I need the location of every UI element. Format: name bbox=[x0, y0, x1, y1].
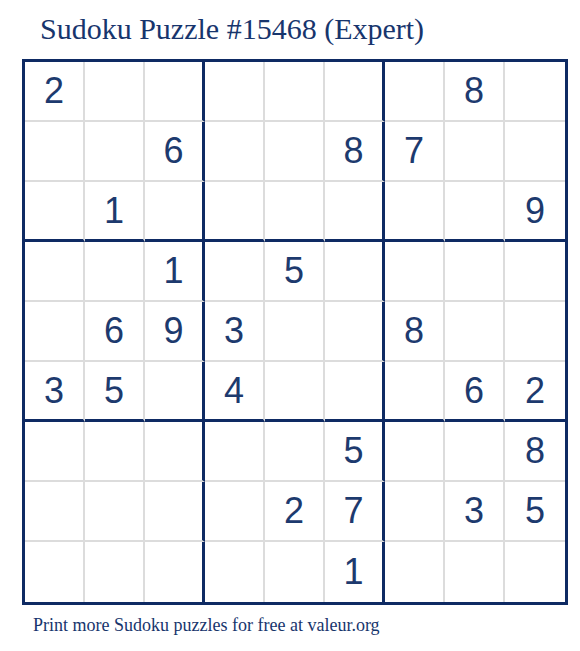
cell-r3c3 bbox=[145, 182, 205, 242]
cell-r7c7 bbox=[385, 422, 445, 482]
cell-r6c2: 5 bbox=[85, 362, 145, 422]
cell-r4c9 bbox=[505, 242, 565, 302]
cell-r1c8: 8 bbox=[445, 62, 505, 122]
puzzle-title: Sudoku Puzzle #15468 (Expert) bbox=[40, 12, 424, 46]
cell-r2c8 bbox=[445, 122, 505, 182]
cell-r6c4: 4 bbox=[205, 362, 265, 422]
cell-r9c7 bbox=[385, 542, 445, 602]
cell-r6c5 bbox=[265, 362, 325, 422]
cell-r8c5: 2 bbox=[265, 482, 325, 542]
cell-r4c5: 5 bbox=[265, 242, 325, 302]
cell-r1c9 bbox=[505, 62, 565, 122]
cell-r5c4: 3 bbox=[205, 302, 265, 362]
cell-r7c6: 5 bbox=[325, 422, 385, 482]
cell-r4c1 bbox=[25, 242, 85, 302]
cell-r9c9 bbox=[505, 542, 565, 602]
cell-r2c6: 8 bbox=[325, 122, 385, 182]
cell-r3c6 bbox=[325, 182, 385, 242]
cell-r4c7 bbox=[385, 242, 445, 302]
cell-r8c8: 3 bbox=[445, 482, 505, 542]
cell-r8c3 bbox=[145, 482, 205, 542]
cell-r4c4 bbox=[205, 242, 265, 302]
cell-r4c6 bbox=[325, 242, 385, 302]
cell-r2c4 bbox=[205, 122, 265, 182]
cell-r4c2 bbox=[85, 242, 145, 302]
cell-r7c4 bbox=[205, 422, 265, 482]
cell-r9c1 bbox=[25, 542, 85, 602]
cell-r5c1 bbox=[25, 302, 85, 362]
cell-r2c2 bbox=[85, 122, 145, 182]
cell-r5c2: 6 bbox=[85, 302, 145, 362]
cell-r9c4 bbox=[205, 542, 265, 602]
cell-r2c5 bbox=[265, 122, 325, 182]
cell-r1c2 bbox=[85, 62, 145, 122]
cell-r4c8 bbox=[445, 242, 505, 302]
cell-r1c5 bbox=[265, 62, 325, 122]
cell-r1c4 bbox=[205, 62, 265, 122]
sudoku-board: 2868719156938354625827351 bbox=[22, 59, 568, 605]
cell-r7c8 bbox=[445, 422, 505, 482]
cell-r8c1 bbox=[25, 482, 85, 542]
footer-text: Print more Sudoku puzzles for free at va… bbox=[33, 615, 380, 636]
cell-r8c7 bbox=[385, 482, 445, 542]
cell-r9c6: 1 bbox=[325, 542, 385, 602]
cell-r1c3 bbox=[145, 62, 205, 122]
cell-r6c3 bbox=[145, 362, 205, 422]
cell-r6c7 bbox=[385, 362, 445, 422]
cell-r3c7 bbox=[385, 182, 445, 242]
cell-r1c7 bbox=[385, 62, 445, 122]
cell-r5c7: 8 bbox=[385, 302, 445, 362]
cell-r7c2 bbox=[85, 422, 145, 482]
cell-r3c9: 9 bbox=[505, 182, 565, 242]
sudoku-page: Sudoku Puzzle #15468 (Expert) 2868719156… bbox=[0, 0, 580, 651]
cell-r3c2: 1 bbox=[85, 182, 145, 242]
cell-r7c5 bbox=[265, 422, 325, 482]
cell-r1c6 bbox=[325, 62, 385, 122]
cell-r5c8 bbox=[445, 302, 505, 362]
cell-r2c1 bbox=[25, 122, 85, 182]
cell-r6c8: 6 bbox=[445, 362, 505, 422]
cell-r7c3 bbox=[145, 422, 205, 482]
cell-r9c8 bbox=[445, 542, 505, 602]
cell-r9c2 bbox=[85, 542, 145, 602]
cell-r1c1: 2 bbox=[25, 62, 85, 122]
cell-r2c3: 6 bbox=[145, 122, 205, 182]
cell-r5c5 bbox=[265, 302, 325, 362]
cell-r6c9: 2 bbox=[505, 362, 565, 422]
cell-r2c7: 7 bbox=[385, 122, 445, 182]
cell-r3c8 bbox=[445, 182, 505, 242]
cell-r5c3: 9 bbox=[145, 302, 205, 362]
cell-r4c3: 1 bbox=[145, 242, 205, 302]
cell-r3c5 bbox=[265, 182, 325, 242]
cell-r7c1 bbox=[25, 422, 85, 482]
cell-r6c6 bbox=[325, 362, 385, 422]
cell-r8c4 bbox=[205, 482, 265, 542]
cell-r3c1 bbox=[25, 182, 85, 242]
cell-r2c9 bbox=[505, 122, 565, 182]
cell-r7c9: 8 bbox=[505, 422, 565, 482]
cell-r9c3 bbox=[145, 542, 205, 602]
cell-r5c9 bbox=[505, 302, 565, 362]
cell-r5c6 bbox=[325, 302, 385, 362]
cell-r6c1: 3 bbox=[25, 362, 85, 422]
cell-r8c2 bbox=[85, 482, 145, 542]
cell-r8c9: 5 bbox=[505, 482, 565, 542]
cell-r3c4 bbox=[205, 182, 265, 242]
cell-r8c6: 7 bbox=[325, 482, 385, 542]
cell-r9c5 bbox=[265, 542, 325, 602]
